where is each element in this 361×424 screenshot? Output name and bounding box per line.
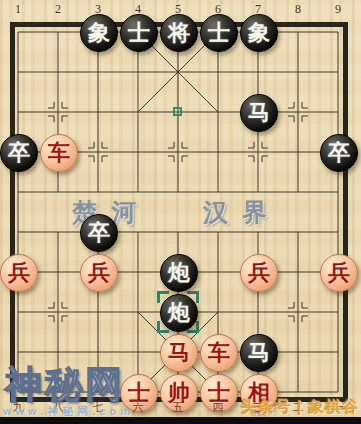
- piece-black-advisor[interactable]: 士: [200, 14, 238, 52]
- file-label-top-5: 5: [171, 3, 185, 16]
- piece-black-elephant[interactable]: 象: [80, 14, 118, 52]
- piece-red-soldier[interactable]: 兵: [80, 254, 118, 292]
- piece-black-horse[interactable]: 马: [240, 94, 278, 132]
- piece-red-soldier[interactable]: 兵: [240, 254, 278, 292]
- bottom-black-bar: [0, 417, 361, 424]
- piece-black-advisor[interactable]: 士: [120, 14, 158, 52]
- watermark-site-name: 神秘网: [5, 360, 125, 410]
- piece-red-soldier[interactable]: 兵: [320, 254, 358, 292]
- piece-red-chariot[interactable]: 车: [40, 134, 78, 172]
- piece-red-chariot[interactable]: 车: [200, 334, 238, 372]
- piece-black-cannon[interactable]: 炮: [160, 254, 198, 292]
- piece-red-horse[interactable]: 马: [160, 334, 198, 372]
- piece-black-soldier[interactable]: 卒: [0, 134, 38, 172]
- piece-red-soldier[interactable]: 兵: [0, 254, 38, 292]
- file-label-top-6: 6: [211, 3, 225, 16]
- last-move-origin-marker: [173, 107, 182, 116]
- file-label-bottom-5: 五: [171, 401, 185, 414]
- file-label-top-8: 8: [291, 3, 305, 16]
- xiangqi-app: 楚河 汉界 123456789九八七六五四三二一象士将士象马卒车卒卒兵兵炮兵兵炮…: [0, 0, 361, 424]
- file-label-top-3: 3: [91, 3, 105, 16]
- piece-black-general[interactable]: 将: [160, 14, 198, 52]
- file-label-top-1: 1: [11, 3, 25, 16]
- piece-black-soldier[interactable]: 卒: [80, 214, 118, 252]
- piece-black-horse[interactable]: 马: [240, 334, 278, 372]
- file-label-top-2: 2: [51, 3, 65, 16]
- piece-black-soldier[interactable]: 卒: [320, 134, 358, 172]
- file-label-top-9: 9: [331, 3, 345, 16]
- piece-black-cannon[interactable]: 炮: [160, 294, 198, 332]
- file-label-bottom-6: 四: [211, 401, 225, 414]
- watermark-channel: 头条号 | 象棋谷: [241, 397, 359, 418]
- file-label-top-7: 7: [251, 3, 265, 16]
- file-label-top-4: 4: [131, 3, 145, 16]
- piece-black-elephant[interactable]: 象: [240, 14, 278, 52]
- river-label-right: 汉界: [203, 196, 281, 226]
